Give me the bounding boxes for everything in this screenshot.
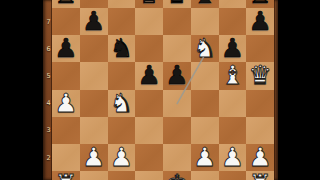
square-f4[interactable] (191, 90, 219, 117)
square-d8[interactable]: ♛ (135, 0, 163, 8)
square-a5[interactable] (52, 62, 80, 89)
square-g4[interactable] (219, 90, 247, 117)
square-g3[interactable] (219, 117, 247, 144)
piece-white-pawn-f2[interactable]: ♟ (191, 144, 219, 171)
square-c7[interactable] (108, 8, 136, 35)
piece-black-pawn-d5[interactable]: ♟ (135, 62, 163, 89)
rank-label-7: 7 (46, 19, 52, 26)
square-b1[interactable] (80, 171, 108, 180)
piece-white-pawn-h2[interactable]: ♟ (246, 144, 274, 171)
piece-white-bishop-g5[interactable]: ♝ (219, 62, 247, 89)
square-f2[interactable]: ♟ (191, 144, 219, 171)
board-frame: 765432 ♜♛♚♝♜♟♟♟♞♞♟♟♟♝♛♟♞♟♟♟♟♟♜♚♜ (43, 0, 278, 180)
piece-white-rook-h1[interactable]: ♜ (246, 171, 274, 180)
piece-white-pawn-b2[interactable]: ♟ (80, 144, 108, 171)
piece-black-king-e8[interactable]: ♚ (163, 0, 191, 8)
square-h6[interactable] (246, 35, 274, 62)
square-b2[interactable]: ♟ (80, 144, 108, 171)
piece-white-pawn-a4[interactable]: ♟ (52, 90, 80, 117)
square-a3[interactable] (52, 117, 80, 144)
piece-white-knight-c4[interactable]: ♞ (108, 90, 136, 117)
square-e1[interactable]: ♚ (163, 171, 191, 180)
square-d3[interactable] (135, 117, 163, 144)
square-g1[interactable] (219, 171, 247, 180)
piece-white-rook-a1[interactable]: ♜ (52, 171, 80, 180)
square-e5[interactable]: ♟ (163, 62, 191, 89)
piece-white-pawn-g2[interactable]: ♟ (219, 144, 247, 171)
square-e2[interactable] (163, 144, 191, 171)
square-b4[interactable] (80, 90, 108, 117)
square-c4[interactable]: ♞ (108, 90, 136, 117)
square-f5[interactable] (191, 62, 219, 89)
square-a6[interactable]: ♟ (52, 35, 80, 62)
square-f8[interactable]: ♝ (191, 0, 219, 8)
square-h2[interactable]: ♟ (246, 144, 274, 171)
square-g5[interactable]: ♝ (219, 62, 247, 89)
square-g7[interactable] (219, 8, 247, 35)
rank-label-2: 2 (46, 155, 52, 162)
square-d6[interactable] (135, 35, 163, 62)
square-f1[interactable] (191, 171, 219, 180)
square-a1[interactable]: ♜ (52, 171, 80, 180)
piece-black-knight-c6[interactable]: ♞ (108, 35, 136, 62)
piece-black-pawn-e5[interactable]: ♟ (163, 62, 191, 89)
square-c3[interactable] (108, 117, 136, 144)
rank-label-3: 3 (46, 127, 52, 134)
square-f6[interactable]: ♞ (191, 35, 219, 62)
square-c8[interactable] (108, 0, 136, 8)
square-f3[interactable] (191, 117, 219, 144)
chess-board[interactable]: ♜♛♚♝♜♟♟♟♞♞♟♟♟♝♛♟♞♟♟♟♟♟♜♚♜ (52, 0, 274, 180)
piece-white-pawn-c2[interactable]: ♟ (108, 144, 136, 171)
piece-black-pawn-g6[interactable]: ♟ (219, 35, 247, 62)
square-d1[interactable] (135, 171, 163, 180)
rank-label-6: 6 (46, 46, 52, 53)
square-c5[interactable] (108, 62, 136, 89)
piece-black-pawn-a6[interactable]: ♟ (52, 35, 80, 62)
square-e7[interactable] (163, 8, 191, 35)
rank-label-5: 5 (46, 73, 52, 80)
square-a7[interactable] (52, 8, 80, 35)
chess-thumbnail-stage: 765432 ♜♛♚♝♜♟♟♟♞♞♟♟♟♝♛♟♞♟♟♟♟♟♜♚♜ (0, 0, 320, 180)
square-g2[interactable]: ♟ (219, 144, 247, 171)
square-a2[interactable] (52, 144, 80, 171)
square-f7[interactable] (191, 8, 219, 35)
square-h4[interactable] (246, 90, 274, 117)
square-b3[interactable] (80, 117, 108, 144)
piece-black-pawn-h7[interactable]: ♟ (246, 8, 274, 35)
square-e4[interactable] (163, 90, 191, 117)
rank-label-4: 4 (46, 100, 52, 107)
square-g8[interactable] (219, 0, 247, 8)
piece-black-queen-d8[interactable]: ♛ (135, 0, 163, 8)
square-b5[interactable] (80, 62, 108, 89)
piece-white-queen-h5[interactable]: ♛ (246, 62, 274, 89)
square-g6[interactable]: ♟ (219, 35, 247, 62)
square-h5[interactable]: ♛ (246, 62, 274, 89)
piece-white-king-e1[interactable]: ♚ (163, 171, 191, 180)
square-d5[interactable]: ♟ (135, 62, 163, 89)
square-b6[interactable] (80, 35, 108, 62)
square-d7[interactable] (135, 8, 163, 35)
square-e3[interactable] (163, 117, 191, 144)
square-h3[interactable] (246, 117, 274, 144)
square-h7[interactable]: ♟ (246, 8, 274, 35)
square-c2[interactable]: ♟ (108, 144, 136, 171)
square-d4[interactable] (135, 90, 163, 117)
square-d2[interactable] (135, 144, 163, 171)
piece-black-rook-a8[interactable]: ♜ (52, 0, 80, 8)
piece-black-bishop-f8[interactable]: ♝ (191, 0, 219, 8)
square-b7[interactable]: ♟ (80, 8, 108, 35)
square-h1[interactable]: ♜ (246, 171, 274, 180)
square-a4[interactable]: ♟ (52, 90, 80, 117)
piece-white-knight-f6[interactable]: ♞ (191, 35, 219, 62)
square-e6[interactable] (163, 35, 191, 62)
piece-black-pawn-b7[interactable]: ♟ (80, 8, 108, 35)
square-c6[interactable]: ♞ (108, 35, 136, 62)
square-c1[interactable] (108, 171, 136, 180)
square-a8[interactable]: ♜ (52, 0, 80, 8)
square-e8[interactable]: ♚ (163, 0, 191, 8)
